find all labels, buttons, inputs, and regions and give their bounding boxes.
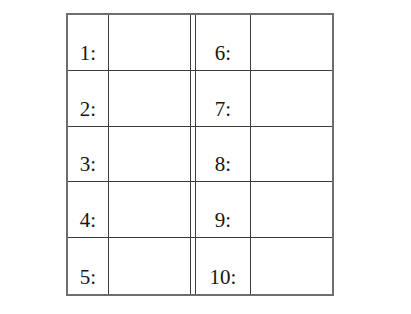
answer-label-5: 5: — [68, 238, 109, 294]
answer-label-8: 8: — [196, 127, 251, 183]
answer-slot-5[interactable] — [109, 238, 191, 294]
answer-slot-6[interactable] — [251, 15, 332, 71]
answer-label-9: 9: — [196, 182, 251, 238]
answer-label-7: 7: — [196, 71, 251, 127]
answer-table: 1: 6: 2: 7: 3: 8: 4: 9: 5: 10: — [66, 13, 334, 296]
answer-slot-10[interactable] — [251, 238, 332, 294]
answer-slot-1[interactable] — [109, 15, 191, 71]
answer-slot-4[interactable] — [109, 182, 191, 238]
answer-label-10: 10: — [196, 238, 251, 294]
answer-label-6: 6: — [196, 15, 251, 71]
answer-label-2: 2: — [68, 71, 109, 127]
answer-slot-7[interactable] — [251, 71, 332, 127]
answer-slot-8[interactable] — [251, 127, 332, 183]
answer-label-1: 1: — [68, 15, 109, 71]
answer-slot-3[interactable] — [109, 127, 191, 183]
answer-slot-2[interactable] — [109, 71, 191, 127]
answer-label-4: 4: — [68, 182, 109, 238]
answer-slot-9[interactable] — [251, 182, 332, 238]
answer-label-3: 3: — [68, 127, 109, 183]
